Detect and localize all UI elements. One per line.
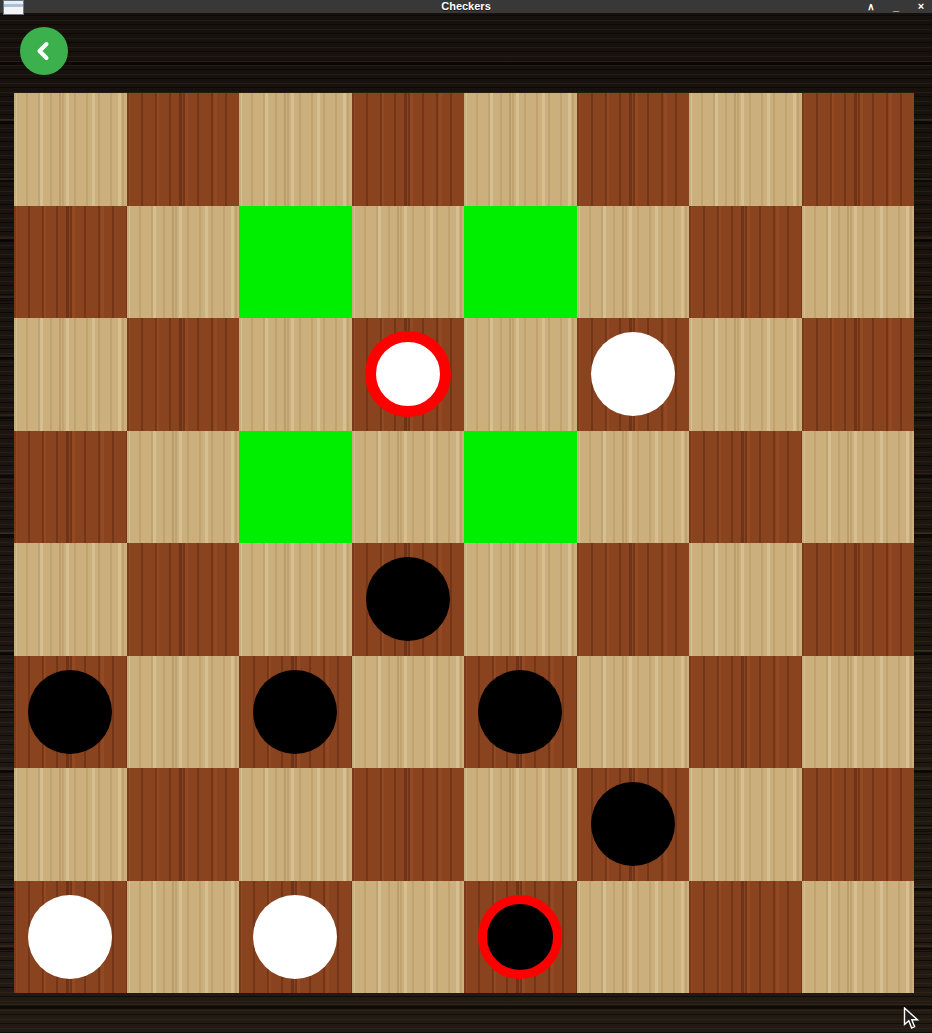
board-cell — [464, 318, 577, 431]
board-cell — [464, 543, 577, 656]
board-cell — [577, 431, 690, 544]
black-piece[interactable] — [366, 557, 450, 641]
board-cell[interactable] — [577, 768, 690, 881]
board-cell — [802, 431, 915, 544]
board-cell[interactable] — [689, 881, 802, 994]
board-cell — [127, 431, 240, 544]
board-cell[interactable] — [802, 543, 915, 656]
board-cell — [689, 318, 802, 431]
board-cell[interactable] — [127, 318, 240, 431]
board-cell[interactable] — [352, 768, 465, 881]
board-cell-highlighted[interactable] — [239, 206, 352, 319]
titlebar: Checkers ∧ _ × — [0, 0, 932, 13]
board-cell[interactable] — [127, 93, 240, 206]
board-cell[interactable] — [577, 543, 690, 656]
chevron-left-icon — [32, 39, 56, 63]
board-cell[interactable] — [239, 656, 352, 769]
board-cell — [352, 431, 465, 544]
board-cell-highlighted[interactable] — [239, 431, 352, 544]
minimize-button[interactable]: _ — [890, 3, 902, 10]
board-cell[interactable] — [14, 656, 127, 769]
white-king-piece[interactable] — [365, 331, 451, 417]
back-button[interactable] — [20, 27, 68, 75]
white-piece[interactable] — [591, 332, 675, 416]
board-cell — [14, 543, 127, 656]
board-cell[interactable] — [14, 206, 127, 319]
board-cell — [689, 93, 802, 206]
board-cell[interactable] — [127, 768, 240, 881]
board-cell — [464, 768, 577, 881]
board-cell[interactable] — [464, 881, 577, 994]
board-cell — [14, 318, 127, 431]
board-cell[interactable] — [352, 318, 465, 431]
board-cell — [577, 881, 690, 994]
board — [14, 93, 914, 993]
board-cell — [127, 206, 240, 319]
board-cell[interactable] — [239, 881, 352, 994]
board-cell — [14, 93, 127, 206]
close-button[interactable]: × — [915, 0, 927, 13]
board-cell[interactable] — [577, 318, 690, 431]
board-cell — [802, 656, 915, 769]
board-cell — [352, 206, 465, 319]
black-piece[interactable] — [591, 782, 675, 866]
board-cell — [14, 768, 127, 881]
board-cell — [689, 543, 802, 656]
board-cell[interactable] — [464, 656, 577, 769]
board-cell[interactable] — [689, 206, 802, 319]
window-title: Checkers — [0, 0, 932, 13]
board-cell — [127, 656, 240, 769]
board-cell[interactable] — [802, 93, 915, 206]
board-cell[interactable] — [802, 768, 915, 881]
board-cell — [239, 93, 352, 206]
board-cell — [464, 93, 577, 206]
black-piece[interactable] — [478, 670, 562, 754]
board-cell-highlighted[interactable] — [464, 431, 577, 544]
board-cell — [802, 206, 915, 319]
white-piece[interactable] — [253, 895, 337, 979]
board-cell-highlighted[interactable] — [464, 206, 577, 319]
black-piece[interactable] — [28, 670, 112, 754]
window-menu-icon[interactable] — [3, 0, 24, 15]
board-cell[interactable] — [689, 656, 802, 769]
black-king-piece[interactable] — [478, 895, 562, 979]
board-cell — [689, 768, 802, 881]
board-cell — [239, 768, 352, 881]
mouse-cursor — [903, 1007, 923, 1033]
board-cell[interactable] — [352, 543, 465, 656]
board-cell[interactable] — [14, 881, 127, 994]
board-cell[interactable] — [689, 431, 802, 544]
black-piece[interactable] — [253, 670, 337, 754]
board-cell — [239, 543, 352, 656]
board-cell[interactable] — [14, 431, 127, 544]
board-cell — [127, 881, 240, 994]
board-cell — [577, 206, 690, 319]
white-piece[interactable] — [28, 895, 112, 979]
board-cell — [239, 318, 352, 431]
board-cell — [577, 656, 690, 769]
board-cell[interactable] — [577, 93, 690, 206]
board-cell — [352, 656, 465, 769]
board-cell — [802, 881, 915, 994]
window-controls: ∧ _ × — [865, 0, 927, 13]
board-cell[interactable] — [352, 93, 465, 206]
board-cell[interactable] — [127, 543, 240, 656]
board-cell[interactable] — [802, 318, 915, 431]
board-cell — [352, 881, 465, 994]
shade-button[interactable]: ∧ — [865, 0, 877, 13]
